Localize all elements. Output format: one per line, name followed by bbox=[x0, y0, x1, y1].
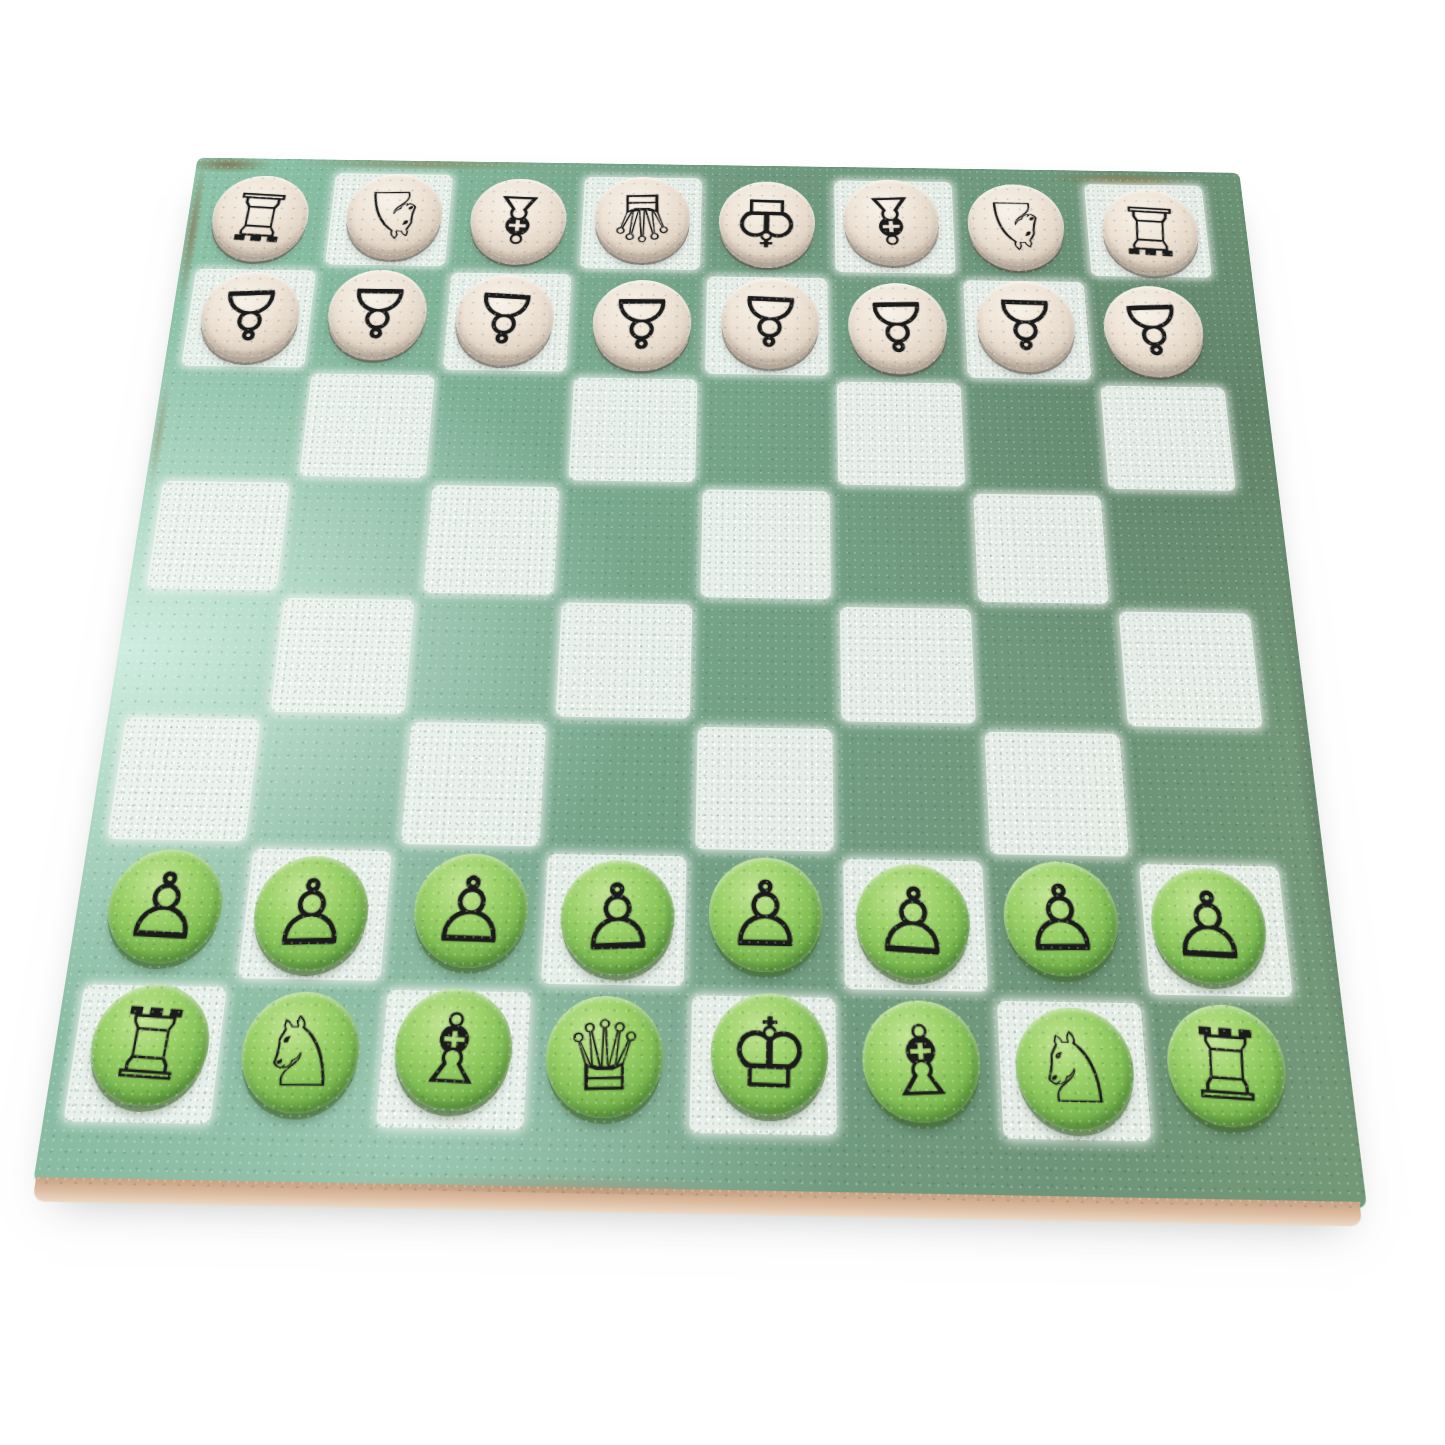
pawn-glyph: ♙ bbox=[989, 289, 1062, 359]
square-g3[interactable] bbox=[980, 728, 1134, 861]
square-d3[interactable] bbox=[544, 721, 694, 853]
piece-cream-rook-h8[interactable]: ♖ bbox=[1101, 187, 1200, 274]
square-b2[interactable]: ♙ bbox=[232, 845, 396, 985]
piece-cream-pawn-b7[interactable]: ♙ bbox=[324, 269, 431, 356]
square-e5[interactable] bbox=[696, 486, 835, 604]
square-c3[interactable] bbox=[396, 718, 550, 850]
square-c6[interactable] bbox=[429, 373, 570, 484]
knight-glyph: ♘ bbox=[1030, 1020, 1120, 1119]
piece-cream-knight-g8[interactable]: ♘ bbox=[966, 184, 1067, 267]
square-a6[interactable] bbox=[160, 368, 308, 479]
board-edge bbox=[32, 1177, 1362, 1226]
piece-cream-pawn-a7[interactable]: ♙ bbox=[197, 270, 302, 358]
chess-board: ♖♘♗♕♔♗♘♖♙♙♙♙♙♙♙♙♙♙♙♙♙♙♙♙♖♘♗♕♔♗♘♖ bbox=[33, 158, 1367, 1208]
pawn-glyph: ♙ bbox=[861, 291, 936, 360]
square-f2[interactable]: ♙ bbox=[838, 855, 992, 996]
queen-glyph: ♕ bbox=[562, 1008, 646, 1106]
rook-glyph: ♖ bbox=[1115, 196, 1186, 265]
knight-glyph: ♘ bbox=[254, 1005, 346, 1102]
square-a3[interactable] bbox=[102, 713, 265, 845]
piece-green-queen-d1[interactable]: ♕ bbox=[545, 995, 664, 1119]
square-e2[interactable]: ♙ bbox=[688, 853, 840, 994]
square-g1[interactable]: ♘ bbox=[992, 996, 1156, 1146]
pawn-glyph: ♙ bbox=[339, 278, 416, 347]
piece-green-rook-h1[interactable]: ♖ bbox=[1166, 1001, 1290, 1132]
rook-glyph: ♖ bbox=[220, 182, 300, 250]
square-b6[interactable] bbox=[294, 371, 438, 482]
piece-green-knight-b1[interactable]: ♘ bbox=[236, 992, 364, 1114]
piece-green-pawn-f2[interactable]: ♙ bbox=[854, 861, 971, 984]
square-h3[interactable] bbox=[1124, 730, 1282, 863]
piece-green-knight-g1[interactable]: ♘ bbox=[1012, 1007, 1138, 1132]
piece-green-pawn-d2[interactable]: ♙ bbox=[561, 859, 676, 978]
square-e3[interactable] bbox=[691, 723, 839, 855]
square-c4[interactable] bbox=[408, 596, 558, 720]
square-g2[interactable]: ♙ bbox=[986, 858, 1145, 999]
board-photo: ♖♘♗♕♔♗♘♖♙♙♙♙♙♙♙♙♙♙♙♙♙♙♙♙♖♘♗♕♔♗♘♖ bbox=[0, 0, 1445, 1445]
piece-cream-king-e8[interactable]: ♔ bbox=[717, 180, 815, 264]
square-e7[interactable]: ♙ bbox=[701, 273, 832, 378]
pawn-glyph: ♙ bbox=[724, 869, 806, 961]
square-g7[interactable]: ♙ bbox=[959, 277, 1095, 382]
king-glyph: ♔ bbox=[732, 189, 802, 256]
square-d4[interactable] bbox=[551, 599, 697, 723]
pawn-glyph: ♙ bbox=[465, 282, 543, 354]
piece-green-pawn-b2[interactable]: ♙ bbox=[250, 855, 372, 971]
square-g5[interactable] bbox=[969, 490, 1114, 608]
square-b1[interactable]: ♘ bbox=[214, 982, 384, 1131]
bishop-glyph: ♗ bbox=[876, 1012, 967, 1112]
square-g4[interactable] bbox=[975, 605, 1124, 730]
square-f5[interactable] bbox=[834, 488, 975, 606]
piece-green-pawn-c2[interactable]: ♙ bbox=[408, 852, 531, 970]
square-h5[interactable] bbox=[1105, 492, 1254, 610]
piece-green-pawn-h2[interactable]: ♙ bbox=[1149, 866, 1270, 987]
piece-cream-knight-b8[interactable]: ♘ bbox=[343, 174, 445, 255]
square-d1[interactable]: ♕ bbox=[528, 988, 688, 1138]
pawn-glyph: ♙ bbox=[577, 871, 659, 965]
rook-glyph: ♖ bbox=[1183, 1015, 1271, 1118]
piece-cream-pawn-h7[interactable]: ♙ bbox=[1098, 285, 1210, 374]
knight-glyph: ♘ bbox=[980, 192, 1052, 258]
square-f6[interactable] bbox=[833, 379, 970, 490]
square-c7[interactable]: ♙ bbox=[439, 270, 576, 375]
bishop-glyph: ♗ bbox=[854, 187, 928, 253]
square-c2[interactable]: ♙ bbox=[384, 848, 543, 988]
square-f8[interactable]: ♗ bbox=[830, 177, 959, 277]
square-f1[interactable]: ♗ bbox=[840, 993, 999, 1143]
square-f3[interactable] bbox=[837, 725, 986, 857]
board-grid: ♖♘♗♕♔♗♘♖♙♙♙♙♙♙♙♙♙♙♙♙♙♙♙♙♖♘♗♕♔♗♘♖ bbox=[58, 168, 1315, 1149]
piece-cream-queen-d8[interactable]: ♕ bbox=[594, 176, 691, 259]
piece-cream-pawn-e7[interactable]: ♙ bbox=[718, 276, 820, 366]
square-a8[interactable]: ♖ bbox=[193, 168, 332, 267]
bishop-glyph: ♗ bbox=[480, 185, 555, 252]
square-h6[interactable] bbox=[1096, 383, 1240, 494]
square-h7[interactable]: ♙ bbox=[1088, 279, 1228, 385]
square-d5[interactable] bbox=[557, 483, 698, 600]
square-e1[interactable]: ♔ bbox=[685, 991, 842, 1141]
square-c8[interactable]: ♗ bbox=[448, 172, 581, 272]
piece-green-pawn-g2[interactable]: ♙ bbox=[1000, 862, 1123, 977]
square-a7[interactable]: ♙ bbox=[177, 266, 321, 371]
square-e8[interactable]: ♔ bbox=[703, 176, 831, 276]
square-d8[interactable]: ♕ bbox=[576, 174, 706, 274]
piece-green-bishop-f1[interactable]: ♗ bbox=[859, 999, 986, 1125]
square-c5[interactable] bbox=[419, 481, 564, 598]
piece-cream-bishop-c8[interactable]: ♗ bbox=[465, 177, 570, 262]
square-a5[interactable] bbox=[142, 477, 295, 594]
piece-cream-pawn-g7[interactable]: ♙ bbox=[975, 280, 1077, 369]
square-d2[interactable]: ♙ bbox=[536, 850, 691, 990]
square-h2[interactable]: ♙ bbox=[1134, 860, 1298, 1001]
square-a4[interactable] bbox=[123, 592, 281, 716]
piece-cream-pawn-f7[interactable]: ♙ bbox=[846, 282, 950, 370]
pawn-glyph: ♙ bbox=[1166, 878, 1253, 973]
square-a2[interactable]: ♙ bbox=[81, 842, 249, 982]
square-d6[interactable] bbox=[564, 375, 701, 486]
queen-glyph: ♕ bbox=[608, 184, 677, 249]
square-f4[interactable] bbox=[835, 603, 980, 728]
pawn-glyph: ♙ bbox=[212, 280, 287, 350]
piece-cream-bishop-f8[interactable]: ♗ bbox=[840, 178, 943, 262]
square-b4[interactable] bbox=[265, 594, 419, 718]
piece-green-rook-a1[interactable]: ♖ bbox=[80, 981, 219, 1111]
knight-glyph: ♘ bbox=[358, 182, 431, 246]
pawn-glyph: ♙ bbox=[871, 873, 954, 969]
pawn-glyph: ♙ bbox=[606, 289, 677, 357]
piece-cream-rook-a8[interactable]: ♖ bbox=[204, 173, 315, 260]
king-glyph: ♔ bbox=[726, 1005, 811, 1105]
square-e6[interactable] bbox=[699, 377, 834, 488]
square-g8[interactable]: ♘ bbox=[955, 179, 1088, 279]
square-b8[interactable]: ♘ bbox=[321, 170, 457, 269]
piece-cream-pawn-d7[interactable]: ♙ bbox=[592, 280, 692, 366]
square-b5[interactable] bbox=[280, 479, 429, 596]
pawn-glyph: ♙ bbox=[733, 285, 806, 356]
square-g6[interactable] bbox=[964, 381, 1104, 492]
bishop-glyph: ♗ bbox=[406, 1000, 499, 1101]
square-a1[interactable]: ♖ bbox=[58, 980, 232, 1129]
square-h1[interactable]: ♖ bbox=[1145, 999, 1315, 1149]
square-b3[interactable] bbox=[249, 716, 408, 848]
piece-green-king-e1[interactable]: ♔ bbox=[709, 992, 829, 1118]
piece-cream-pawn-c7[interactable]: ♙ bbox=[450, 272, 559, 363]
square-d7[interactable]: ♙ bbox=[570, 271, 704, 376]
piece-green-bishop-c1[interactable]: ♗ bbox=[388, 986, 518, 1114]
pawn-glyph: ♙ bbox=[1017, 873, 1105, 964]
rook-glyph: ♖ bbox=[99, 995, 199, 1097]
square-f7[interactable]: ♙ bbox=[831, 275, 964, 380]
piece-green-pawn-a2[interactable]: ♙ bbox=[98, 847, 231, 967]
square-h4[interactable] bbox=[1114, 608, 1267, 733]
piece-green-pawn-e2[interactable]: ♙ bbox=[708, 857, 823, 973]
square-e4[interactable] bbox=[694, 601, 837, 726]
square-c1[interactable]: ♗ bbox=[371, 985, 536, 1134]
square-h8[interactable]: ♖ bbox=[1080, 181, 1216, 281]
square-b7[interactable]: ♙ bbox=[308, 268, 448, 373]
pawn-glyph: ♙ bbox=[117, 859, 213, 954]
pawn-glyph: ♙ bbox=[426, 864, 515, 957]
pawn-glyph: ♙ bbox=[1114, 294, 1194, 364]
pawn-glyph: ♙ bbox=[267, 867, 354, 959]
